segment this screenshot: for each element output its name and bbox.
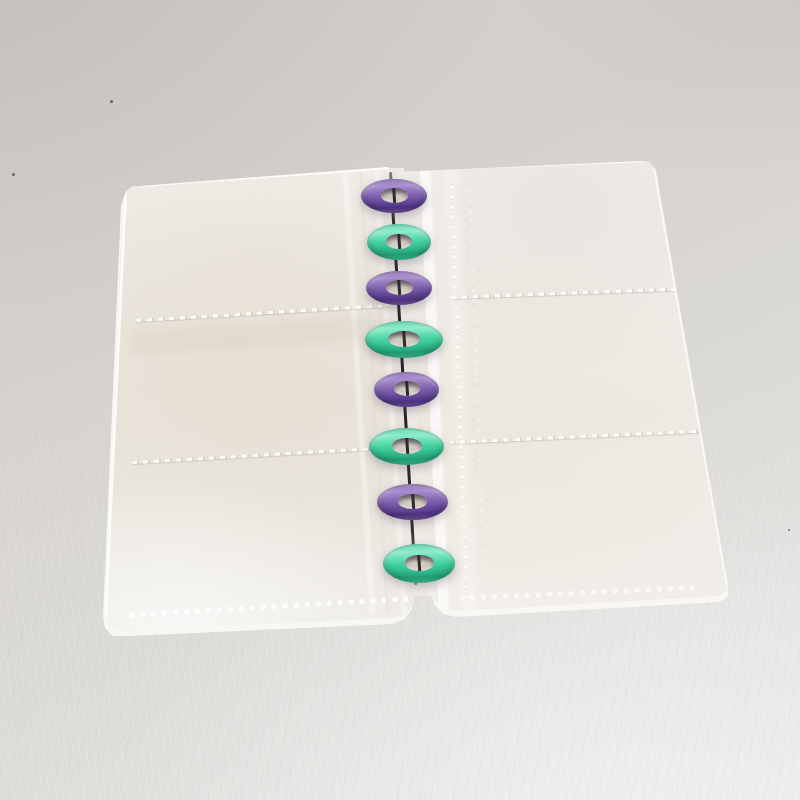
disc-center-hole: [405, 555, 435, 572]
disc-center-hole: [394, 381, 421, 396]
dust-speck: [110, 100, 113, 103]
binding-disc-mint-green-4: [365, 321, 443, 358]
binding-disc-mint-green-8: [383, 544, 455, 583]
right-page-top-edge-highlight: [397, 159, 649, 172]
disc-center-hole: [388, 331, 420, 347]
right-page-right-edge-highlight: [653, 168, 728, 585]
binding-disc-mint-green-2: [367, 224, 431, 260]
spine-rod-through-hole: [397, 280, 401, 295]
binding-disc-purple-5: [374, 372, 439, 407]
binding-disc-mint-green-6: [369, 428, 444, 465]
spine-rod-through-hole: [392, 188, 396, 203]
spine-rod-through-hole: [397, 234, 401, 249]
disc-center-hole: [392, 438, 423, 454]
spine-rod-through-hole: [411, 494, 415, 509]
spine-rod-through-hole: [405, 438, 409, 454]
disc-center-hole: [386, 280, 413, 295]
disc-center-hole: [398, 494, 427, 509]
dust-speck: [12, 173, 15, 176]
disc-center-hole: [381, 188, 408, 203]
spine-rod-through-hole: [417, 555, 421, 572]
dust-speck: [788, 529, 790, 531]
spine-rod-through-hole: [405, 381, 409, 396]
binding-disc-purple-1: [361, 179, 427, 213]
binding-disc-purple-7: [377, 484, 448, 520]
photo-scene: [0, 0, 800, 800]
disc-center-hole: [386, 234, 412, 249]
spine-rod-through-hole: [402, 331, 406, 347]
binding-disc-purple-3: [366, 271, 432, 305]
